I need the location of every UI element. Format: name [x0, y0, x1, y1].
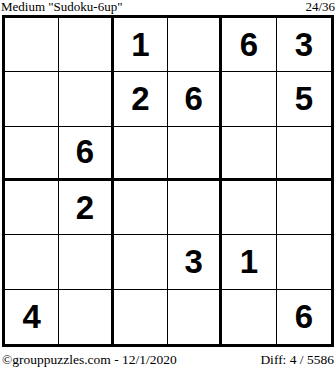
- cell-r6c1[interactable]: 4: [5, 290, 59, 344]
- cell-r5c2[interactable]: [59, 235, 113, 289]
- cell-r5c6[interactable]: [277, 235, 331, 289]
- cell-r3c4[interactable]: [168, 127, 222, 181]
- cell-r1c3[interactable]: 1: [114, 18, 168, 72]
- puzzle-footer: ©grouppuzzles.com - 12/1/2020 Diff: 4 / …: [2, 351, 334, 367]
- cell-r3c3[interactable]: [114, 127, 168, 181]
- cell-r2c2[interactable]: [59, 72, 113, 126]
- cell-r1c1[interactable]: [5, 18, 59, 72]
- cell-r5c4[interactable]: 3: [168, 235, 222, 289]
- cells-remaining-counter: 24/36: [305, 0, 335, 14]
- cell-r2c3[interactable]: 2: [114, 72, 168, 126]
- difficulty-text: Diff: 4 / 5586: [260, 352, 334, 367]
- cell-r2c1[interactable]: [5, 72, 59, 126]
- cell-r4c2[interactable]: 2: [59, 181, 113, 235]
- cell-r4c4[interactable]: [168, 181, 222, 235]
- cell-r3c1[interactable]: [5, 127, 59, 181]
- cell-r4c3[interactable]: [114, 181, 168, 235]
- cell-r1c6[interactable]: 3: [277, 18, 331, 72]
- copyright-date-text: ©grouppuzzles.com - 12/1/2020: [2, 352, 177, 367]
- cell-r2c4[interactable]: 6: [168, 72, 222, 126]
- cell-r4c6[interactable]: [277, 181, 331, 235]
- cell-r6c4[interactable]: [168, 290, 222, 344]
- cell-r3c6[interactable]: [277, 127, 331, 181]
- cell-r1c2[interactable]: [59, 18, 113, 72]
- cell-r3c2[interactable]: 6: [59, 127, 113, 181]
- cell-r6c2[interactable]: [59, 290, 113, 344]
- cell-r5c3[interactable]: [114, 235, 168, 289]
- cell-r6c5[interactable]: [222, 290, 276, 344]
- cell-r1c5[interactable]: 6: [222, 18, 276, 72]
- cell-r2c5[interactable]: [222, 72, 276, 126]
- puzzle-title: Medium "Sudoku-6up": [1, 0, 122, 14]
- cell-r1c4[interactable]: [168, 18, 222, 72]
- cell-r5c5[interactable]: 1: [222, 235, 276, 289]
- puzzle-header: Medium "Sudoku-6up" 24/36: [1, 0, 335, 15]
- sudoku-board: 1 6 3 2 6 5 6 2 3 1 4 6: [2, 15, 334, 347]
- cell-r4c5[interactable]: [222, 181, 276, 235]
- cell-r3c5[interactable]: [222, 127, 276, 181]
- cell-r2c6[interactable]: 5: [277, 72, 331, 126]
- cell-r6c6[interactable]: 6: [277, 290, 331, 344]
- cell-r6c3[interactable]: [114, 290, 168, 344]
- cell-r4c1[interactable]: [5, 181, 59, 235]
- cell-r5c1[interactable]: [5, 235, 59, 289]
